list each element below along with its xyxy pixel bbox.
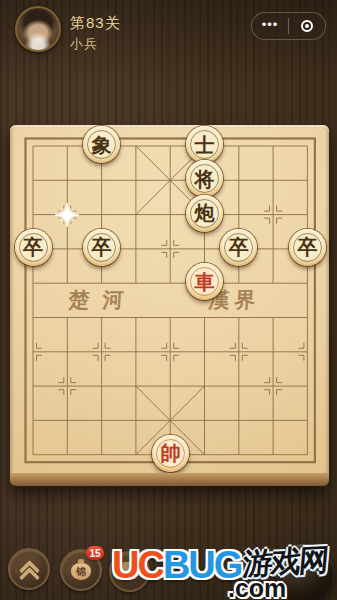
piece-炮-black[interactable]: 炮 (186, 195, 223, 232)
menu-up-button[interactable] (8, 548, 50, 590)
xiangqi-board[interactable]: 楚河 漢界 象士将炮卒卒卒卒車帥 (10, 125, 329, 485)
wechat-capsule: ••• (251, 12, 326, 40)
piece-卒-black[interactable]: 卒 (220, 229, 257, 266)
help-button[interactable] (109, 551, 150, 592)
hint-bag-button[interactable]: 锦 15 (60, 549, 102, 591)
piece-卒-black[interactable]: 卒 (83, 229, 120, 266)
river-label-left: 楚河 (53, 286, 139, 314)
piece-卒-black[interactable]: 卒 (289, 229, 326, 266)
scroll-icon (122, 562, 140, 576)
sparkle-effect (58, 206, 76, 224)
close-button[interactable] (289, 13, 325, 39)
piece-帥-red[interactable]: 帥 (152, 435, 189, 472)
board-bottom-bevel (10, 473, 329, 486)
level-title: 第83关 (70, 15, 121, 30)
app-screen: { "game": "xiangqi", "position": "2b2a3/… (0, 0, 337, 600)
more-button[interactable]: ••• (252, 13, 288, 39)
more-icon: ••• (262, 25, 279, 27)
turn-indicator-ball (276, 544, 334, 600)
hint-count-badge: 15 (86, 546, 104, 560)
piece-卒-black[interactable]: 卒 (15, 229, 52, 266)
piece-士-black[interactable]: 士 (186, 126, 223, 163)
level-info: 第83关 小兵 (70, 15, 121, 50)
player-avatar[interactable] (15, 6, 61, 52)
piece-象-black[interactable]: 象 (83, 126, 120, 163)
watermark-bug: BUG (163, 544, 241, 586)
money-bag-icon: 锦 (71, 563, 91, 580)
level-subtitle: 小兵 (70, 37, 121, 50)
piece-車-red[interactable]: 車 (186, 263, 223, 300)
target-icon (301, 20, 313, 32)
